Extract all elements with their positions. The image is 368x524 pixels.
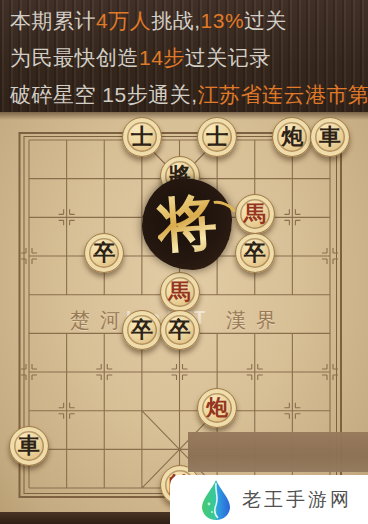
piece-black-chariot[interactable]: 車 xyxy=(310,117,350,157)
xiangqi-board[interactable]: 楚河 漢界 hao.NET 士士炮車將馬卒卒馬卒卒炮車帥 将 xyxy=(0,112,368,524)
stats-highlight: 14步 xyxy=(139,46,185,69)
site-logo-text: 老王手游网 xyxy=(242,487,352,513)
stats-text: 破碎星空 15步通关, xyxy=(10,83,198,106)
stats-line-challenge: 本期累计4万人挑战,13%过关 xyxy=(10,7,368,35)
header-stats: 本期累计4万人挑战,13%过关 为民最快创造14步过关记录 破碎星空 15步通关… xyxy=(0,0,368,112)
stats-text: 本期累计 xyxy=(10,9,96,32)
piece-black-soldier[interactable]: 卒 xyxy=(160,310,200,350)
check-jiang-glyph: 将 xyxy=(154,182,220,267)
piece-glyph: 車 xyxy=(18,435,40,457)
piece-black-soldier[interactable]: 卒 xyxy=(122,310,162,350)
piece-red-horse[interactable]: 馬 xyxy=(160,272,200,312)
piece-black-advisor[interactable]: 士 xyxy=(122,117,162,157)
piece-glyph: 卒 xyxy=(93,242,115,264)
piece-glyph: 車 xyxy=(319,126,341,148)
piece-glyph: 馬 xyxy=(244,203,266,225)
stats-text: 为民最快创造 xyxy=(10,46,139,69)
xiangqi-app-screenshot: 本期累计4万人挑战,13%过关 为民最快创造14步过关记录 破碎星空 15步通关… xyxy=(0,0,368,524)
piece-black-soldier[interactable]: 卒 xyxy=(84,233,124,273)
piece-black-cannon[interactable]: 炮 xyxy=(272,117,312,157)
piece-glyph: 士 xyxy=(131,126,153,148)
piece-glyph: 馬 xyxy=(169,281,191,303)
piece-black-advisor[interactable]: 士 xyxy=(197,117,237,157)
piece-glyph: 卒 xyxy=(244,242,266,264)
bottom-wood-edge xyxy=(0,512,180,524)
piece-red-horse[interactable]: 馬 xyxy=(235,194,275,234)
stats-line-record: 为民最快创造14步过关记录 xyxy=(10,44,368,72)
piece-glyph: 卒 xyxy=(169,319,191,341)
stats-highlight: 13% xyxy=(201,9,245,32)
water-drop-logo-icon xyxy=(200,479,232,521)
piece-glyph: 士 xyxy=(206,126,228,148)
stats-highlight: 江苏省连云港市第1 xyxy=(198,83,368,106)
stats-line-winner: 破碎星空 15步通关,江苏省连云港市第1 xyxy=(10,81,368,109)
stats-text: 过关 xyxy=(244,9,287,32)
piece-red-cannon[interactable]: 炮 xyxy=(197,388,237,428)
stats-highlight: 4万人 xyxy=(96,9,151,32)
stats-text: 过关记录 xyxy=(185,46,271,69)
censor-band-overlay xyxy=(188,432,368,472)
check-ink-splash-overlay: 将 xyxy=(142,178,232,270)
piece-glyph: 卒 xyxy=(131,319,153,341)
site-logo-panel: 老王手游网 xyxy=(170,475,368,524)
piece-black-chariot[interactable]: 車 xyxy=(9,426,49,466)
piece-glyph: 炮 xyxy=(206,397,228,419)
piece-black-soldier[interactable]: 卒 xyxy=(235,233,275,273)
stats-text: 挑战, xyxy=(151,9,200,32)
piece-glyph: 炮 xyxy=(281,126,303,148)
